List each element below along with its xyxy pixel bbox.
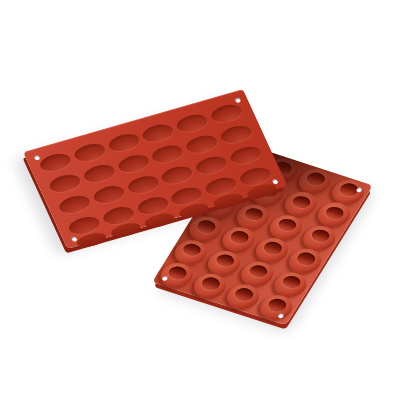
bump-dimple — [214, 252, 237, 268]
oval-cavity — [81, 162, 117, 185]
oval-cavity — [150, 142, 186, 165]
corner-hole — [271, 178, 278, 184]
bump-dimple — [166, 265, 189, 281]
oval-cavity — [115, 152, 151, 175]
bump-dimple — [266, 297, 289, 313]
bump-dimple — [323, 205, 346, 221]
bump-dimple — [290, 194, 313, 210]
oval-cavity — [174, 111, 210, 134]
corner-hole — [33, 155, 40, 161]
bump-dimple — [232, 286, 255, 302]
oval-cavity — [159, 164, 195, 187]
bump-dimple — [280, 274, 303, 290]
oval-cavity — [37, 150, 73, 173]
oval-cavity — [218, 123, 254, 146]
bump-dimple — [228, 229, 251, 245]
bump-dimple — [261, 240, 284, 256]
oval-cavity — [208, 101, 244, 124]
oval-cavity — [71, 141, 107, 164]
bump-dimple — [247, 263, 270, 279]
oval-cavity — [125, 173, 161, 196]
bump-dimple — [294, 251, 317, 267]
oval-cavity — [57, 193, 93, 216]
bump-dimple — [199, 275, 222, 291]
bump-dimple — [304, 171, 327, 187]
oval-cavity — [91, 183, 127, 206]
oval-cavity — [228, 144, 264, 167]
bump-dimple — [276, 217, 299, 233]
product-photo — [0, 0, 400, 400]
oval-cavity — [140, 121, 176, 144]
oval-cavity — [193, 154, 229, 177]
oval-cavity — [106, 131, 142, 154]
bump-dimple — [309, 228, 332, 244]
bump-dimple — [180, 242, 203, 258]
oval-cavity — [47, 172, 83, 195]
oval-cavity — [184, 132, 220, 155]
corner-hole — [234, 97, 241, 103]
bump-dimple — [242, 206, 265, 222]
bump-dimple — [195, 219, 218, 235]
